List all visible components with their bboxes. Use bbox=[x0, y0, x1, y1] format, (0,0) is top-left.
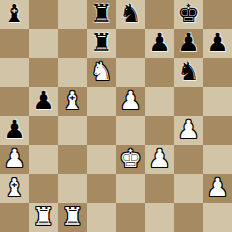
piece-black-knight: ♞ bbox=[177, 57, 199, 86]
square-e5[interactable]: ♟ bbox=[116, 87, 145, 116]
square-d1[interactable] bbox=[87, 203, 116, 232]
square-g5[interactable] bbox=[174, 87, 203, 116]
square-a1[interactable] bbox=[0, 203, 29, 232]
square-e8[interactable]: ♞ bbox=[116, 0, 145, 29]
square-c5[interactable]: ♝ bbox=[58, 87, 87, 116]
square-b2[interactable] bbox=[29, 174, 58, 203]
square-g8[interactable]: ♚ bbox=[174, 0, 203, 29]
square-h5[interactable] bbox=[203, 87, 232, 116]
square-c6[interactable] bbox=[58, 58, 87, 87]
piece-white-pawn: ♟ bbox=[148, 144, 170, 173]
square-f6[interactable] bbox=[145, 58, 174, 87]
square-c2[interactable] bbox=[58, 174, 87, 203]
square-c7[interactable] bbox=[58, 29, 87, 58]
square-h3[interactable] bbox=[203, 145, 232, 174]
square-a5[interactable] bbox=[0, 87, 29, 116]
square-e3[interactable]: ♚ bbox=[116, 145, 145, 174]
square-b8[interactable] bbox=[29, 0, 58, 29]
square-c4[interactable] bbox=[58, 116, 87, 145]
square-e1[interactable] bbox=[116, 203, 145, 232]
piece-black-rook: ♜ bbox=[90, 0, 112, 28]
piece-white-king: ♚ bbox=[119, 144, 141, 173]
square-b1[interactable]: ♜ bbox=[29, 203, 58, 232]
piece-white-rook: ♜ bbox=[61, 202, 83, 231]
square-a8[interactable]: ♝ bbox=[0, 0, 29, 29]
square-b5[interactable]: ♟ bbox=[29, 87, 58, 116]
square-g4[interactable]: ♟ bbox=[174, 116, 203, 145]
square-g6[interactable]: ♞ bbox=[174, 58, 203, 87]
square-e6[interactable] bbox=[116, 58, 145, 87]
square-h4[interactable] bbox=[203, 116, 232, 145]
square-f5[interactable] bbox=[145, 87, 174, 116]
square-d3[interactable] bbox=[87, 145, 116, 174]
square-g3[interactable] bbox=[174, 145, 203, 174]
square-f1[interactable] bbox=[145, 203, 174, 232]
square-g2[interactable] bbox=[174, 174, 203, 203]
piece-black-king: ♚ bbox=[177, 0, 199, 28]
piece-black-knight: ♞ bbox=[119, 0, 141, 28]
square-e4[interactable] bbox=[116, 116, 145, 145]
square-d8[interactable]: ♜ bbox=[87, 0, 116, 29]
piece-black-rook: ♜ bbox=[90, 28, 112, 57]
piece-white-bishop: ♝ bbox=[3, 173, 25, 202]
square-a7[interactable] bbox=[0, 29, 29, 58]
piece-white-pawn: ♟ bbox=[206, 173, 228, 202]
square-f3[interactable]: ♟ bbox=[145, 145, 174, 174]
square-d2[interactable] bbox=[87, 174, 116, 203]
piece-black-bishop: ♝ bbox=[3, 0, 25, 28]
piece-black-pawn: ♟ bbox=[148, 28, 170, 57]
square-h2[interactable]: ♟ bbox=[203, 174, 232, 203]
square-b6[interactable] bbox=[29, 58, 58, 87]
square-g1[interactable] bbox=[174, 203, 203, 232]
square-c1[interactable]: ♜ bbox=[58, 203, 87, 232]
piece-black-pawn: ♟ bbox=[3, 115, 25, 144]
square-h7[interactable]: ♟ bbox=[203, 29, 232, 58]
square-c8[interactable] bbox=[58, 0, 87, 29]
square-b4[interactable] bbox=[29, 116, 58, 145]
square-h6[interactable] bbox=[203, 58, 232, 87]
square-d7[interactable]: ♜ bbox=[87, 29, 116, 58]
piece-black-pawn: ♟ bbox=[206, 28, 228, 57]
square-a2[interactable]: ♝ bbox=[0, 174, 29, 203]
square-c3[interactable] bbox=[58, 145, 87, 174]
square-f7[interactable]: ♟ bbox=[145, 29, 174, 58]
square-a6[interactable] bbox=[0, 58, 29, 87]
square-f4[interactable] bbox=[145, 116, 174, 145]
square-b7[interactable] bbox=[29, 29, 58, 58]
piece-white-knight: ♞ bbox=[90, 57, 112, 86]
square-f8[interactable] bbox=[145, 0, 174, 29]
piece-black-pawn: ♟ bbox=[177, 28, 199, 57]
square-e2[interactable] bbox=[116, 174, 145, 203]
piece-white-bishop: ♝ bbox=[61, 86, 83, 115]
chess-board: ♝♜♞♚♜♟♟♟♞♞♟♝♟♟♟♟♚♟♝♟♜♜ bbox=[0, 0, 232, 232]
square-d6[interactable]: ♞ bbox=[87, 58, 116, 87]
piece-white-pawn: ♟ bbox=[3, 144, 25, 173]
square-d5[interactable] bbox=[87, 87, 116, 116]
square-f2[interactable] bbox=[145, 174, 174, 203]
piece-white-rook: ♜ bbox=[32, 202, 54, 231]
square-b3[interactable] bbox=[29, 145, 58, 174]
square-e7[interactable] bbox=[116, 29, 145, 58]
piece-white-pawn: ♟ bbox=[177, 115, 199, 144]
piece-black-pawn: ♟ bbox=[32, 86, 54, 115]
square-g7[interactable]: ♟ bbox=[174, 29, 203, 58]
square-d4[interactable] bbox=[87, 116, 116, 145]
square-a3[interactable]: ♟ bbox=[0, 145, 29, 174]
square-h1[interactable] bbox=[203, 203, 232, 232]
square-h8[interactable] bbox=[203, 0, 232, 29]
piece-white-pawn: ♟ bbox=[119, 86, 141, 115]
square-a4[interactable]: ♟ bbox=[0, 116, 29, 145]
